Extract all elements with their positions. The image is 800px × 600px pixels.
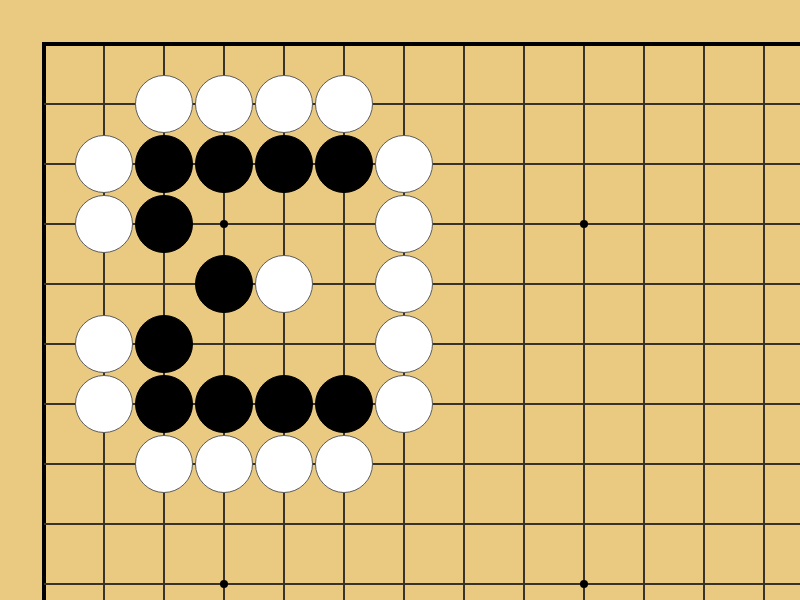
white-stone (375, 375, 433, 433)
black-stone (135, 375, 193, 433)
star-point (580, 220, 588, 228)
white-stone (375, 315, 433, 373)
black-stone (135, 195, 193, 253)
black-stone (255, 375, 313, 433)
black-stone (135, 315, 193, 373)
white-stone (75, 135, 133, 193)
white-stone (195, 75, 253, 133)
star-point (580, 580, 588, 588)
white-stone (195, 435, 253, 493)
white-stone (315, 435, 373, 493)
black-stone (315, 375, 373, 433)
go-board-diagram (0, 0, 800, 600)
white-stone (375, 195, 433, 253)
black-stone (135, 135, 193, 193)
star-point (220, 580, 228, 588)
white-stone (135, 75, 193, 133)
black-stone (195, 255, 253, 313)
white-stone (135, 435, 193, 493)
white-stone (375, 255, 433, 313)
white-stone (75, 195, 133, 253)
black-stone (195, 135, 253, 193)
white-stone (315, 75, 373, 133)
black-stone (255, 135, 313, 193)
go-board[interactable] (14, 14, 794, 600)
white-stone (75, 315, 133, 373)
black-stone (315, 135, 373, 193)
black-stone (195, 375, 253, 433)
white-stone (255, 255, 313, 313)
star-point (220, 220, 228, 228)
white-stone (255, 75, 313, 133)
white-stone (75, 375, 133, 433)
white-stone (375, 135, 433, 193)
white-stone (255, 435, 313, 493)
